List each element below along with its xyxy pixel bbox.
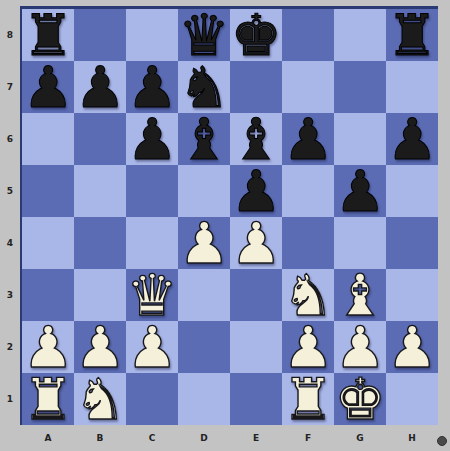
square-h2[interactable]: ♟ [386,321,438,373]
square-e1[interactable] [230,373,282,425]
board-frame: 87654321 ♜♛♚♜♟♟♟♞♟♝♝♟♟♟♟♟♟♛♞♝♟♟♟♟♟♟♜♞♜♚ … [0,0,450,451]
file-label-a: A [22,430,74,446]
square-f1[interactable]: ♜ [282,373,334,425]
square-g7[interactable] [334,61,386,113]
square-h6[interactable]: ♟ [386,113,438,165]
piece-black-bishop[interactable]: ♝ [178,113,230,165]
square-d4[interactable]: ♟ [178,217,230,269]
square-g1[interactable]: ♚ [334,373,386,425]
piece-black-king[interactable]: ♚ [230,9,282,61]
square-c6[interactable]: ♟ [126,113,178,165]
square-b4[interactable] [74,217,126,269]
rank-label-7: 7 [0,61,20,113]
square-d6[interactable]: ♝ [178,113,230,165]
square-a7[interactable]: ♟ [22,61,74,113]
piece-white-king[interactable]: ♚ [334,373,386,425]
square-c2[interactable]: ♟ [126,321,178,373]
square-e2[interactable] [230,321,282,373]
square-e8[interactable]: ♚ [230,9,282,61]
piece-white-rook[interactable]: ♜ [22,373,74,425]
rank-label-5: 5 [0,165,20,217]
square-a1[interactable]: ♜ [22,373,74,425]
square-c1[interactable] [126,373,178,425]
square-d1[interactable] [178,373,230,425]
piece-white-knight[interactable]: ♞ [74,373,126,425]
piece-black-pawn[interactable]: ♟ [282,113,334,165]
rank-label-8: 8 [0,9,20,61]
square-b7[interactable]: ♟ [74,61,126,113]
piece-black-pawn[interactable]: ♟ [74,61,126,113]
piece-white-pawn[interactable]: ♟ [386,321,438,373]
piece-white-pawn[interactable]: ♟ [230,217,282,269]
piece-black-pawn[interactable]: ♟ [334,165,386,217]
piece-white-rook[interactable]: ♜ [282,373,334,425]
file-label-b: B [74,430,126,446]
square-h4[interactable] [386,217,438,269]
rank-label-1: 1 [0,373,20,425]
square-e3[interactable] [230,269,282,321]
square-f6[interactable]: ♟ [282,113,334,165]
square-h1[interactable] [386,373,438,425]
chess-board[interactable]: ♜♛♚♜♟♟♟♞♟♝♝♟♟♟♟♟♟♛♞♝♟♟♟♟♟♟♜♞♜♚ [20,6,438,425]
rank-label-6: 6 [0,113,20,165]
file-label-h: H [386,430,438,446]
square-b6[interactable] [74,113,126,165]
file-label-c: C [126,430,178,446]
move-indicator-dot [437,436,447,446]
square-e4[interactable]: ♟ [230,217,282,269]
file-label-g: G [334,430,386,446]
piece-black-pawn[interactable]: ♟ [386,113,438,165]
piece-black-rook[interactable]: ♜ [386,9,438,61]
square-d2[interactable] [178,321,230,373]
piece-white-pawn[interactable]: ♟ [178,217,230,269]
square-h8[interactable]: ♜ [386,9,438,61]
file-label-f: F [282,430,334,446]
square-f8[interactable] [282,9,334,61]
square-b5[interactable] [74,165,126,217]
square-a6[interactable] [22,113,74,165]
rank-label-4: 4 [0,217,20,269]
square-h5[interactable] [386,165,438,217]
piece-white-pawn[interactable]: ♟ [126,321,178,373]
square-b1[interactable]: ♞ [74,373,126,425]
rank-label-2: 2 [0,321,20,373]
square-g8[interactable] [334,9,386,61]
square-f5[interactable] [282,165,334,217]
piece-black-pawn[interactable]: ♟ [126,113,178,165]
file-label-e: E [230,430,282,446]
file-label-d: D [178,430,230,446]
square-a4[interactable] [22,217,74,269]
square-c5[interactable] [126,165,178,217]
square-a5[interactable] [22,165,74,217]
rank-label-3: 3 [0,269,20,321]
square-d3[interactable] [178,269,230,321]
piece-black-pawn[interactable]: ♟ [22,61,74,113]
square-g5[interactable]: ♟ [334,165,386,217]
